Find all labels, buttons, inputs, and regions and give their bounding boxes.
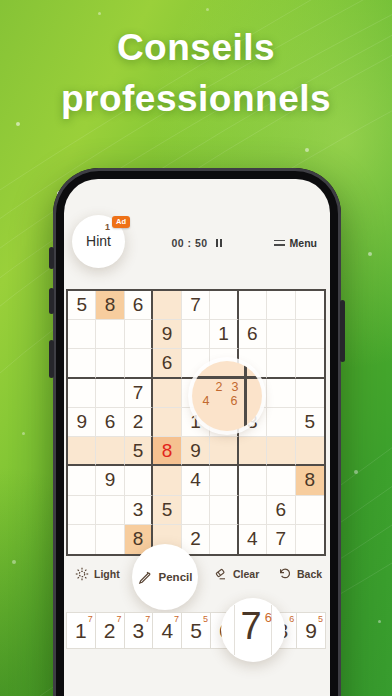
sudoku-cell-r5c8[interactable] xyxy=(267,408,295,437)
sudoku-cell-r9c9[interactable] xyxy=(296,525,324,554)
sudoku-cell-r8c3[interactable]: 3 xyxy=(125,496,153,525)
sudoku-cell-r3c4[interactable]: 6 xyxy=(153,349,181,378)
sudoku-cell-r3c1[interactable] xyxy=(68,349,96,378)
sudoku-cell-r7c5[interactable]: 4 xyxy=(182,466,210,495)
sudoku-cell-r9c8[interactable]: 7 xyxy=(267,525,295,554)
numpad-key-9[interactable]: 95 xyxy=(296,612,326,649)
sudoku-cell-r7c9[interactable]: 8 xyxy=(296,466,324,495)
remaining-count: 7 xyxy=(117,614,122,624)
numpad: 172737475564768695 xyxy=(67,612,326,649)
sudoku-cell-r8c4[interactable]: 5 xyxy=(153,496,181,525)
sudoku-cell-r4c1[interactable] xyxy=(68,379,96,408)
sudoku-cell-r7c1[interactable] xyxy=(68,466,96,495)
back-button[interactable]: Back xyxy=(278,567,322,581)
sudoku-cell-r2c3[interactable] xyxy=(125,320,153,349)
sudoku-cell-r1c5[interactable]: 7 xyxy=(182,291,210,320)
candidate-3: 3 xyxy=(228,380,242,394)
eraser-icon xyxy=(214,567,228,581)
volume-down-button xyxy=(49,340,54,378)
sudoku-cell-r4c3[interactable]: 7 xyxy=(125,379,153,408)
magnified-key-count: 6 xyxy=(265,610,272,625)
magnified-key-digit: 7 xyxy=(221,605,281,648)
sudoku-cell-r2c5[interactable] xyxy=(182,320,210,349)
sudoku-cell-r1c1[interactable]: 5 xyxy=(68,291,96,320)
sudoku-cell-r1c7[interactable] xyxy=(239,291,267,320)
sudoku-cell-r7c7[interactable] xyxy=(239,466,267,495)
remaining-count: 5 xyxy=(318,614,323,624)
sudoku-cell-r6c8[interactable] xyxy=(267,437,295,466)
box-border-horizontal xyxy=(192,376,262,379)
timer: 00 : 50 xyxy=(172,237,208,249)
sparkle xyxy=(378,620,381,623)
remaining-count: 7 xyxy=(145,614,150,624)
sudoku-cell-r2c9[interactable] xyxy=(296,320,324,349)
remaining-count: 7 xyxy=(174,614,179,624)
sudoku-cell-r1c8[interactable] xyxy=(267,291,295,320)
sudoku-cell-r6c7[interactable] xyxy=(239,437,267,466)
sparkle xyxy=(12,560,16,564)
power-button xyxy=(340,300,345,362)
sudoku-cell-r2c1[interactable] xyxy=(68,320,96,349)
sudoku-cell-r9c7[interactable]: 4 xyxy=(239,525,267,554)
numpad-key-5[interactable]: 55 xyxy=(181,612,211,649)
sudoku-cell-r6c4[interactable]: 8 xyxy=(153,437,181,466)
sudoku-board: 5867916679621355899483568247 xyxy=(66,289,326,556)
sudoku-cell-r4c8[interactable] xyxy=(267,379,295,408)
candidate-6: 6 xyxy=(227,394,241,408)
sudoku-cell-r1c9[interactable] xyxy=(296,291,324,320)
light-label: Light xyxy=(94,568,120,580)
menu-label: Menu xyxy=(290,237,317,249)
box-border-vertical xyxy=(244,361,247,431)
numpad-7-spotlight[interactable]: 7 6 xyxy=(221,598,285,662)
sudoku-cell-r1c3[interactable]: 6 xyxy=(125,291,153,320)
sudoku-cell-r6c2[interactable] xyxy=(96,437,124,466)
sparkle xyxy=(22,432,25,435)
sudoku-cell-r5c4[interactable] xyxy=(153,408,181,437)
sudoku-cell-r8c8[interactable]: 6 xyxy=(267,496,295,525)
sudoku-cell-r1c4[interactable] xyxy=(153,291,181,320)
clear-button[interactable]: Clear xyxy=(214,567,259,581)
sudoku-cell-r9c2[interactable] xyxy=(96,525,124,554)
hint-button[interactable]: Hint 1 Ad xyxy=(72,215,125,268)
pause-icon[interactable] xyxy=(214,233,223,251)
pencil-icon xyxy=(138,569,154,585)
mute-switch xyxy=(49,247,54,269)
remaining-count: 6 xyxy=(289,614,294,624)
hamburger-icon xyxy=(274,237,285,248)
title-line-1: Conseils xyxy=(0,22,392,73)
title-line-2: professionnels xyxy=(0,73,392,124)
sparkle xyxy=(354,470,358,474)
menu-button[interactable]: Menu xyxy=(274,233,317,247)
remaining-count: 7 xyxy=(88,614,93,624)
sudoku-cell-r8c2[interactable] xyxy=(96,496,124,525)
sudoku-cell-r7c8[interactable] xyxy=(267,466,295,495)
clear-label: Clear xyxy=(233,568,259,580)
sudoku-cell-r1c6[interactable] xyxy=(210,291,238,320)
pencil-button[interactable]: Pencil xyxy=(132,544,198,610)
remaining-count: 5 xyxy=(203,614,208,624)
numpad-key-4[interactable]: 47 xyxy=(152,612,182,649)
sudoku-cell-r2c4[interactable]: 9 xyxy=(153,320,181,349)
numpad-key-1[interactable]: 17 xyxy=(66,612,96,649)
page-title: Conseils professionnels xyxy=(0,22,392,124)
sudoku-cell-r8c6[interactable] xyxy=(210,496,238,525)
light-button[interactable]: Light xyxy=(75,567,120,581)
sudoku-cell-r2c2[interactable] xyxy=(96,320,124,349)
sudoku-cell-r5c9[interactable]: 5 xyxy=(296,408,324,437)
hint-count-badge: 1 xyxy=(105,222,110,232)
back-label: Back xyxy=(297,568,322,580)
sudoku-cell-r5c3[interactable]: 2 xyxy=(125,408,153,437)
sudoku-cell-r3c3[interactable] xyxy=(125,349,153,378)
app-screen: 00 : 50 Menu Hint 1 Ad 58679166796213558… xyxy=(64,179,330,696)
sparkle xyxy=(98,12,101,15)
sudoku-cell-r8c5[interactable] xyxy=(182,496,210,525)
ad-badge: Ad xyxy=(112,216,130,228)
hint-label: Hint xyxy=(72,233,125,249)
sudoku-cell-r1c2[interactable]: 8 xyxy=(96,291,124,320)
sudoku-cell-r3c8[interactable] xyxy=(267,349,295,378)
sudoku-cell-r8c1[interactable] xyxy=(68,496,96,525)
sudoku-cell-r7c6[interactable] xyxy=(210,466,238,495)
sudoku-cell-r2c6[interactable]: 1 xyxy=(210,320,238,349)
sudoku-cell-r2c7[interactable]: 6 xyxy=(239,320,267,349)
undo-icon xyxy=(278,567,292,581)
sudoku-cell-r3c9[interactable] xyxy=(296,349,324,378)
sudoku-cell-r9c5[interactable]: 2 xyxy=(182,525,210,554)
candidate-4: 4 xyxy=(199,394,213,408)
sudoku-cell-r4c4[interactable] xyxy=(153,379,181,408)
pencil-label: Pencil xyxy=(159,571,193,583)
sudoku-cell-r6c9[interactable] xyxy=(296,437,324,466)
numpad-key-2[interactable]: 27 xyxy=(95,612,125,649)
sudoku-cell-r5c1[interactable]: 9 xyxy=(68,408,96,437)
sudoku-cell-r9c1[interactable] xyxy=(68,525,96,554)
sudoku-cell-r4c2[interactable] xyxy=(96,379,124,408)
sudoku-cell-r8c9[interactable] xyxy=(296,496,324,525)
sudoku-cell-r6c1[interactable] xyxy=(68,437,96,466)
candidate-2: 2 xyxy=(212,380,226,394)
brightness-icon xyxy=(75,567,89,581)
sudoku-cell-r6c5[interactable]: 9 xyxy=(182,437,210,466)
sudoku-cell-r2c8[interactable] xyxy=(267,320,295,349)
volume-up-button xyxy=(49,288,54,314)
sudoku-cell-r8c7[interactable] xyxy=(239,496,267,525)
magnifier-bubble: 2 3 4 6 xyxy=(192,361,262,431)
sparkle xyxy=(368,252,372,256)
sudoku-cell-r7c4[interactable] xyxy=(153,466,181,495)
phone-mockup: 00 : 50 Menu Hint 1 Ad 58679166796213558… xyxy=(53,168,341,696)
sudoku-cell-r7c2[interactable]: 9 xyxy=(96,466,124,495)
sudoku-cell-r4c9[interactable] xyxy=(296,379,324,408)
sudoku-cell-r9c6[interactable] xyxy=(210,525,238,554)
sudoku-cell-r5c2[interactable]: 6 xyxy=(96,408,124,437)
sudoku-cell-r3c2[interactable] xyxy=(96,349,124,378)
sudoku-cell-r7c3[interactable] xyxy=(125,466,153,495)
sparkle xyxy=(305,148,309,152)
sparkle xyxy=(206,8,209,11)
sudoku-cell-r6c3[interactable]: 5 xyxy=(125,437,153,466)
sudoku-cell-r6c6[interactable] xyxy=(210,437,238,466)
numpad-key-3[interactable]: 37 xyxy=(124,612,154,649)
